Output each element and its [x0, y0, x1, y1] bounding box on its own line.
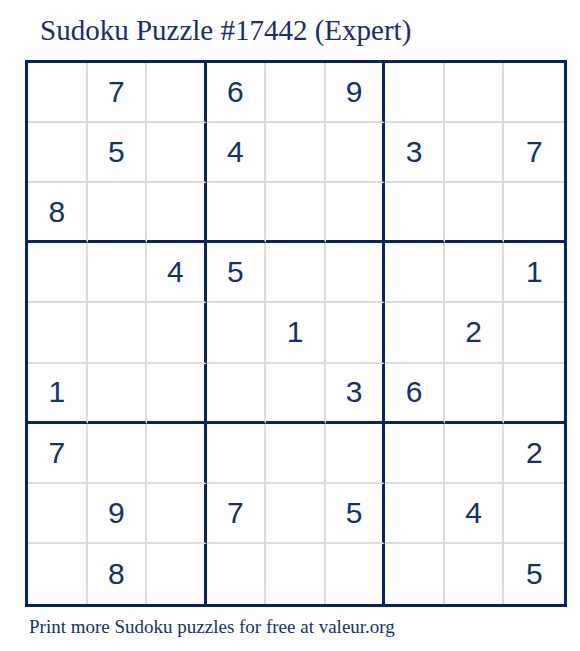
sudoku-cell-r9c6: [326, 544, 386, 604]
sudoku-cell-r1c9: [504, 63, 564, 123]
sudoku-cell-r5c3: [147, 303, 207, 363]
sudoku-cell-r7c1: 7: [28, 424, 88, 484]
sudoku-cell-r6c2: [88, 364, 148, 424]
sudoku-cell-r6c8: [445, 364, 505, 424]
sudoku-cell-r5c4: [207, 303, 267, 363]
sudoku-cell-r2c3: [147, 123, 207, 183]
sudoku-cell-r2c9: 7: [504, 123, 564, 183]
sudoku-cell-r3c6: [326, 183, 386, 243]
sudoku-cell-r1c5: [266, 63, 326, 123]
sudoku-cell-r6c9: [504, 364, 564, 424]
sudoku-cell-r7c3: [147, 424, 207, 484]
sudoku-cell-r7c5: [266, 424, 326, 484]
sudoku-cell-r4c4: 5: [207, 243, 267, 303]
sudoku-cell-r8c9: [504, 484, 564, 544]
sudoku-cell-r6c1: 1: [28, 364, 88, 424]
sudoku-cell-r2c8: [445, 123, 505, 183]
sudoku-cell-r2c5: [266, 123, 326, 183]
sudoku-page: Sudoku Puzzle #17442 (Expert) 7695437845…: [0, 0, 580, 651]
sudoku-cell-r7c8: [445, 424, 505, 484]
sudoku-cell-r7c7: [385, 424, 445, 484]
sudoku-cell-r5c1: [28, 303, 88, 363]
sudoku-cell-r6c5: [266, 364, 326, 424]
sudoku-cell-r1c6: 9: [326, 63, 386, 123]
sudoku-cell-r3c2: [88, 183, 148, 243]
sudoku-cell-r1c4: 6: [207, 63, 267, 123]
sudoku-cell-r8c5: [266, 484, 326, 544]
sudoku-cell-r4c6: [326, 243, 386, 303]
sudoku-cell-r3c3: [147, 183, 207, 243]
sudoku-cell-r4c8: [445, 243, 505, 303]
sudoku-cell-r2c7: 3: [385, 123, 445, 183]
sudoku-cell-r3c8: [445, 183, 505, 243]
sudoku-cell-r8c1: [28, 484, 88, 544]
sudoku-cell-r8c6: 5: [326, 484, 386, 544]
sudoku-cell-r1c1: [28, 63, 88, 123]
sudoku-cell-r4c9: 1: [504, 243, 564, 303]
sudoku-cell-r6c4: [207, 364, 267, 424]
sudoku-cell-r1c3: [147, 63, 207, 123]
sudoku-cell-r4c3: 4: [147, 243, 207, 303]
sudoku-cell-r9c1: [28, 544, 88, 604]
sudoku-cell-r6c7: 6: [385, 364, 445, 424]
sudoku-cell-r8c8: 4: [445, 484, 505, 544]
sudoku-cell-r5c6: [326, 303, 386, 363]
sudoku-cell-r9c8: [445, 544, 505, 604]
sudoku-cell-r7c2: [88, 424, 148, 484]
sudoku-cell-r5c8: 2: [445, 303, 505, 363]
sudoku-cell-r2c1: [28, 123, 88, 183]
sudoku-cell-r7c4: [207, 424, 267, 484]
footer-text: Print more Sudoku puzzles for free at va…: [29, 616, 395, 638]
sudoku-cell-r3c4: [207, 183, 267, 243]
sudoku-cell-r8c4: 7: [207, 484, 267, 544]
sudoku-cell-r8c7: [385, 484, 445, 544]
sudoku-cell-r9c7: [385, 544, 445, 604]
sudoku-cell-r3c1: 8: [28, 183, 88, 243]
sudoku-cell-r7c6: [326, 424, 386, 484]
sudoku-cell-r6c6: 3: [326, 364, 386, 424]
sudoku-cell-r9c2: 8: [88, 544, 148, 604]
sudoku-cell-r9c4: [207, 544, 267, 604]
sudoku-cell-r4c1: [28, 243, 88, 303]
sudoku-cell-r8c2: 9: [88, 484, 148, 544]
sudoku-cell-r1c8: [445, 63, 505, 123]
sudoku-cell-r1c2: 7: [88, 63, 148, 123]
page-title: Sudoku Puzzle #17442 (Expert): [40, 14, 411, 47]
sudoku-cell-r3c5: [266, 183, 326, 243]
sudoku-cell-r5c2: [88, 303, 148, 363]
sudoku-cell-r6c3: [147, 364, 207, 424]
sudoku-cell-r2c6: [326, 123, 386, 183]
sudoku-cell-r4c7: [385, 243, 445, 303]
sudoku-cell-r3c7: [385, 183, 445, 243]
sudoku-cell-r5c7: [385, 303, 445, 363]
sudoku-cell-r2c4: 4: [207, 123, 267, 183]
sudoku-cell-r9c9: 5: [504, 544, 564, 604]
sudoku-cell-r8c3: [147, 484, 207, 544]
sudoku-cell-r7c9: 2: [504, 424, 564, 484]
sudoku-cell-r5c5: 1: [266, 303, 326, 363]
sudoku-board: 769543784511213672975485: [25, 60, 567, 607]
sudoku-cell-r1c7: [385, 63, 445, 123]
sudoku-cell-r9c3: [147, 544, 207, 604]
sudoku-cell-r2c2: 5: [88, 123, 148, 183]
sudoku-cell-r5c9: [504, 303, 564, 363]
sudoku-cell-r4c2: [88, 243, 148, 303]
sudoku-cell-r3c9: [504, 183, 564, 243]
sudoku-cell-r9c5: [266, 544, 326, 604]
sudoku-cell-r4c5: [266, 243, 326, 303]
